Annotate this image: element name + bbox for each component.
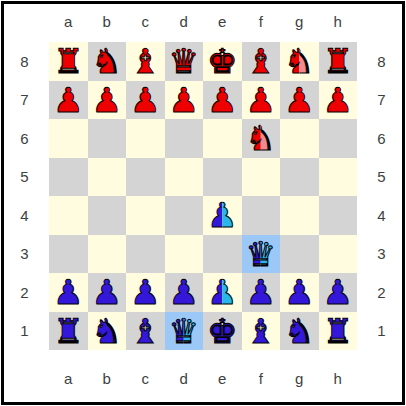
piece-red-pawn-h7[interactable]: ♟ [319, 81, 358, 120]
square-f5[interactable] [242, 158, 281, 197]
file-label-h: h [319, 354, 358, 402]
file-label-d: d [165, 354, 204, 402]
rank-label-2: 2 [357, 273, 406, 312]
square-f4[interactable] [242, 196, 281, 235]
piece-red-king-e8[interactable]: ♚ [203, 42, 242, 81]
square-b3[interactable] [88, 235, 127, 274]
square-a1[interactable]: ♜ [49, 312, 88, 351]
square-g5[interactable] [280, 158, 319, 197]
square-b2[interactable]: ♟ [88, 273, 127, 312]
piece-blue-bishop-c1[interactable]: ♝ [126, 312, 165, 351]
square-e1[interactable]: ♚ [203, 312, 242, 351]
square-e5[interactable] [203, 158, 242, 197]
rank-label-2: 2 [0, 273, 49, 312]
square-c6[interactable] [126, 119, 165, 158]
rank-label-8: 8 [0, 42, 49, 81]
rank-label-1: 1 [357, 312, 406, 351]
piece-blue-pawn-b2[interactable]: ♟ [88, 273, 127, 312]
file-labels-top: abcdefgh [49, 4, 357, 38]
square-d5[interactable] [165, 158, 204, 197]
file-label-g: g [280, 354, 319, 402]
square-g6[interactable] [280, 119, 319, 158]
square-e4[interactable]: ♟♟ [203, 196, 242, 235]
file-label-b: b [88, 354, 127, 402]
piece-red-knight-b8[interactable]: ♞ [88, 42, 127, 81]
square-a6[interactable] [49, 119, 88, 158]
square-d8[interactable]: ♛ [165, 42, 204, 81]
square-d2[interactable]: ♟ [165, 273, 204, 312]
square-c5[interactable] [126, 158, 165, 197]
square-g8[interactable]: ♞♞ [280, 42, 319, 81]
square-a4[interactable] [49, 196, 88, 235]
file-label-h: h [319, 4, 358, 38]
rank-label-1: 1 [0, 312, 49, 351]
square-f1[interactable]: ♝ [242, 312, 281, 351]
square-f3[interactable]: ♛♛ [242, 235, 281, 274]
piece-blue-pawn-a2[interactable]: ♟ [49, 273, 88, 312]
chess-app-window: abcdefgh abcdefgh 87654321 87654321 ♜♞♝♛… [0, 0, 406, 406]
square-h2[interactable]: ♟ [319, 273, 358, 312]
square-b1[interactable]: ♞ [88, 312, 127, 351]
square-g3[interactable] [280, 235, 319, 274]
square-g4[interactable] [280, 196, 319, 235]
piece-blue-pawn-c2[interactable]: ♟ [126, 273, 165, 312]
square-e2[interactable]: ♟♟ [203, 273, 242, 312]
square-c1[interactable]: ♝ [126, 312, 165, 351]
square-d3[interactable] [165, 235, 204, 274]
square-b6[interactable] [88, 119, 127, 158]
square-c3[interactable] [126, 235, 165, 274]
square-d7[interactable]: ♟ [165, 81, 204, 120]
file-label-f: f [242, 354, 281, 402]
square-b8[interactable]: ♞ [88, 42, 127, 81]
piece-blue-rook-h1[interactable]: ♜ [319, 312, 358, 351]
rank-label-5: 5 [0, 158, 49, 197]
rank-label-6: 6 [0, 119, 49, 158]
square-d6[interactable] [165, 119, 204, 158]
square-f8[interactable]: ♝ [242, 42, 281, 81]
chess-board: ♜♞♝♛♚♝♞♞♜♟♟♟♟♟♟♟♟♞♞♟♟♛♛♟♟♟♟♟♟♟♟♟♜♞♝♛♛♚♝♞… [49, 42, 357, 350]
file-labels-bottom: abcdefgh [49, 354, 357, 402]
rank-label-7: 7 [357, 81, 406, 120]
rank-label-4: 4 [0, 196, 49, 235]
square-h6[interactable] [319, 119, 358, 158]
square-e6[interactable] [203, 119, 242, 158]
piece-red-queen-d8[interactable]: ♛ [165, 42, 204, 81]
rank-label-4: 4 [357, 196, 406, 235]
piece-red-rook-h8[interactable]: ♜ [319, 42, 358, 81]
rank-label-7: 7 [0, 81, 49, 120]
piece-blue-pawn-f2[interactable]: ♟ [242, 273, 281, 312]
square-a3[interactable] [49, 235, 88, 274]
square-a8[interactable]: ♜ [49, 42, 88, 81]
file-label-b: b [88, 4, 127, 38]
rank-label-5: 5 [357, 158, 406, 197]
square-a7[interactable]: ♟ [49, 81, 88, 120]
piece-blue-rook-a1[interactable]: ♜ [49, 312, 88, 351]
square-h8[interactable]: ♜ [319, 42, 358, 81]
square-c2[interactable]: ♟ [126, 273, 165, 312]
square-f2[interactable]: ♟ [242, 273, 281, 312]
file-label-d: d [165, 4, 204, 38]
piece-red-pawn-g7[interactable]: ♟ [280, 81, 319, 120]
square-h4[interactable] [319, 196, 358, 235]
square-c8[interactable]: ♝ [126, 42, 165, 81]
square-h3[interactable] [319, 235, 358, 274]
file-label-c: c [126, 354, 165, 402]
square-b5[interactable] [88, 158, 127, 197]
piece-red-pawn-b7[interactable]: ♟ [88, 81, 127, 120]
piece-red-pawn-e7[interactable]: ♟ [203, 81, 242, 120]
piece-blue-pawn-h2[interactable]: ♟ [319, 273, 358, 312]
square-g2[interactable]: ♟ [280, 273, 319, 312]
piece-red-bishop-c8[interactable]: ♝ [126, 42, 165, 81]
square-d4[interactable] [165, 196, 204, 235]
file-label-c: c [126, 4, 165, 38]
file-label-a: a [49, 4, 88, 38]
square-c7[interactable]: ♟ [126, 81, 165, 120]
square-f6[interactable]: ♞♞ [242, 119, 281, 158]
piece-red-pawn-d7[interactable]: ♟ [165, 81, 204, 120]
square-b4[interactable] [88, 196, 127, 235]
square-g7[interactable]: ♟ [280, 81, 319, 120]
file-label-e: e [203, 4, 242, 38]
rank-label-3: 3 [357, 235, 406, 274]
square-d1[interactable]: ♛♛ [165, 312, 204, 351]
piece-blue-bishop-f1[interactable]: ♝ [242, 312, 281, 351]
rank-label-3: 3 [0, 235, 49, 274]
square-c4[interactable] [126, 196, 165, 235]
rank-labels-left: 87654321 [0, 42, 49, 350]
piece-red-pawn-f7[interactable]: ♟ [242, 81, 281, 120]
rank-label-6: 6 [357, 119, 406, 158]
square-a2[interactable]: ♟ [49, 273, 88, 312]
piece-blue-king-e1[interactable]: ♚ [203, 312, 242, 351]
square-h7[interactable]: ♟ [319, 81, 358, 120]
rank-labels-right: 87654321 [357, 42, 406, 350]
square-b7[interactable]: ♟ [88, 81, 127, 120]
piece-blue-knight-b1[interactable]: ♞ [88, 312, 127, 351]
file-label-a: a [49, 354, 88, 402]
piece-blue-pawn-d2[interactable]: ♟ [165, 273, 204, 312]
rank-label-8: 8 [357, 42, 406, 81]
square-g1[interactable]: ♞ [280, 312, 319, 351]
square-h5[interactable] [319, 158, 358, 197]
square-h1[interactable]: ♜ [319, 312, 358, 351]
square-e8[interactable]: ♚ [203, 42, 242, 81]
square-e3[interactable] [203, 235, 242, 274]
piece-red-bishop-f8[interactable]: ♝ [242, 42, 281, 81]
file-label-e: e [203, 354, 242, 402]
piece-blue-knight-g1[interactable]: ♞ [280, 312, 319, 351]
square-f7[interactable]: ♟ [242, 81, 281, 120]
piece-red-rook-a8[interactable]: ♜ [49, 42, 88, 81]
square-a5[interactable] [49, 158, 88, 197]
file-label-g: g [280, 4, 319, 38]
file-label-f: f [242, 4, 281, 38]
piece-blue-pawn-g2[interactable]: ♟ [280, 273, 319, 312]
square-e7[interactable]: ♟ [203, 81, 242, 120]
piece-red-pawn-a7[interactable]: ♟ [49, 81, 88, 120]
piece-red-pawn-c7[interactable]: ♟ [126, 81, 165, 120]
